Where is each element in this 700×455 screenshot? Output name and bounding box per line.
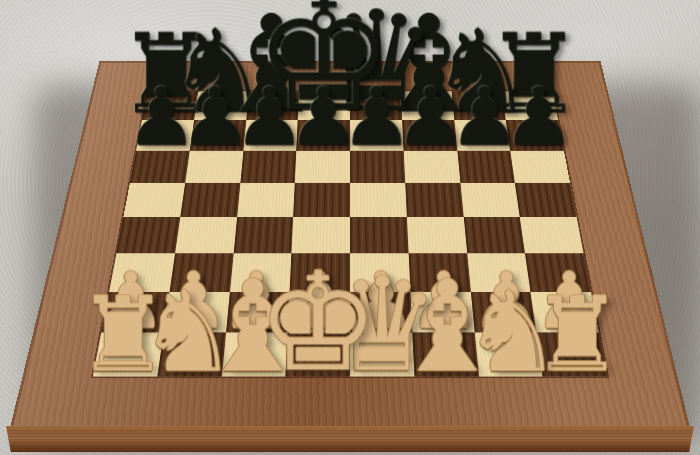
square-c5 — [237, 183, 295, 217]
square-f5 — [405, 183, 463, 217]
square-b4 — [175, 217, 237, 253]
board-perspective-wrap: ♜♞♝♚♛♝♞♜♟♟♟♟♟♟♟♟♟♟♟♟♟♟♟♟♜♞♝♚♛♝♞♜ — [10, 0, 690, 428]
square-d1: ♚ — [286, 333, 350, 377]
piece-white-king: ♚ — [256, 254, 378, 390]
board-squares: ♜♞♝♚♛♝♞♜♟♟♟♟♟♟♟♟♟♟♟♟♟♟♟♟♜♞♝♚♛♝♞♜ — [93, 91, 607, 376]
square-f4 — [407, 217, 467, 253]
square-g5 — [460, 183, 520, 217]
piece-black-pawn: ♟ — [502, 77, 574, 158]
square-a5 — [123, 183, 185, 217]
square-h5 — [515, 183, 577, 217]
chess-board: ♜♞♝♚♛♝♞♜♟♟♟♟♟♟♟♟♟♟♟♟♟♟♟♟♜♞♝♚♛♝♞♜ — [10, 61, 690, 428]
square-g4 — [463, 217, 525, 253]
square-d5 — [293, 183, 350, 217]
square-b5 — [180, 183, 240, 217]
board-front-edge — [6, 426, 694, 452]
chess-photo: ♜♞♝♚♛♝♞♜♟♟♟♟♟♟♟♟♟♟♟♟♟♟♟♟♜♞♝♚♛♝♞♜ — [0, 0, 700, 455]
square-h4 — [520, 217, 584, 253]
square-e5 — [350, 183, 407, 217]
square-h7: ♟ — [506, 120, 564, 150]
square-a4 — [116, 217, 180, 253]
